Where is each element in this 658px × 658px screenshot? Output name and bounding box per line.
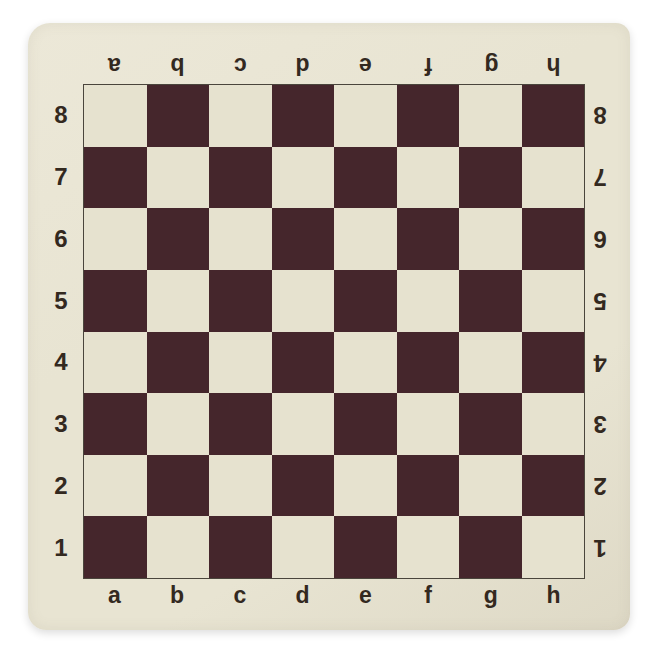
square-e6[interactable] (334, 208, 397, 270)
rank-label-right-2: 2 (580, 455, 620, 517)
square-e4[interactable] (334, 332, 397, 394)
square-c4[interactable] (209, 332, 272, 394)
rank-label-left-5: 5 (41, 270, 81, 332)
square-d6[interactable] (272, 208, 335, 270)
square-b4[interactable] (147, 332, 210, 394)
square-c2[interactable] (209, 455, 272, 517)
file-label-bottom-b: b (146, 579, 209, 611)
square-e1[interactable] (334, 516, 397, 578)
rank-label-right-1: 1 (580, 517, 620, 579)
rank-labels-left: 87654321 (41, 84, 81, 579)
square-e5[interactable] (334, 270, 397, 332)
square-g2[interactable] (459, 455, 522, 517)
square-g7[interactable] (459, 147, 522, 209)
square-g5[interactable] (459, 270, 522, 332)
rank-label-right-3: 3 (580, 393, 620, 455)
square-a2[interactable] (84, 455, 147, 517)
file-label-top-h: h (522, 50, 585, 82)
file-label-top-b: b (146, 50, 209, 82)
square-b8[interactable] (147, 85, 210, 147)
file-label-bottom-e: e (334, 579, 397, 611)
square-g4[interactable] (459, 332, 522, 394)
file-label-top-d: d (271, 50, 334, 82)
board-grid (83, 84, 585, 579)
file-label-bottom-f: f (397, 579, 460, 611)
square-h3[interactable] (522, 393, 585, 455)
file-label-bottom-a: a (83, 579, 146, 611)
file-label-top-g: g (460, 50, 523, 82)
square-e3[interactable] (334, 393, 397, 455)
rank-label-left-4: 4 (41, 332, 81, 394)
square-d5[interactable] (272, 270, 335, 332)
square-f3[interactable] (397, 393, 460, 455)
file-label-bottom-h: h (522, 579, 585, 611)
square-c6[interactable] (209, 208, 272, 270)
square-a1[interactable] (84, 516, 147, 578)
square-e8[interactable] (334, 85, 397, 147)
square-h8[interactable] (522, 85, 585, 147)
square-f6[interactable] (397, 208, 460, 270)
square-f2[interactable] (397, 455, 460, 517)
square-h6[interactable] (522, 208, 585, 270)
rank-label-right-8: 8 (580, 84, 620, 146)
square-g3[interactable] (459, 393, 522, 455)
file-label-bottom-c: c (209, 579, 272, 611)
square-h2[interactable] (522, 455, 585, 517)
square-f1[interactable] (397, 516, 460, 578)
square-h4[interactable] (522, 332, 585, 394)
square-g1[interactable] (459, 516, 522, 578)
square-d3[interactable] (272, 393, 335, 455)
square-c3[interactable] (209, 393, 272, 455)
square-b1[interactable] (147, 516, 210, 578)
rank-label-left-8: 8 (41, 84, 81, 146)
file-label-top-a: a (83, 50, 146, 82)
square-c5[interactable] (209, 270, 272, 332)
rank-label-left-1: 1 (41, 517, 81, 579)
square-b7[interactable] (147, 147, 210, 209)
square-c1[interactable] (209, 516, 272, 578)
square-e7[interactable] (334, 147, 397, 209)
square-f7[interactable] (397, 147, 460, 209)
rank-label-left-6: 6 (41, 208, 81, 270)
square-g8[interactable] (459, 85, 522, 147)
rank-label-right-5: 5 (580, 270, 620, 332)
square-a3[interactable] (84, 393, 147, 455)
rank-labels-right: 87654321 (580, 84, 620, 579)
file-label-top-f: f (397, 50, 460, 82)
square-d1[interactable] (272, 516, 335, 578)
square-d4[interactable] (272, 332, 335, 394)
file-label-top-c: c (209, 50, 272, 82)
square-b2[interactable] (147, 455, 210, 517)
square-f5[interactable] (397, 270, 460, 332)
square-g6[interactable] (459, 208, 522, 270)
square-e2[interactable] (334, 455, 397, 517)
square-a5[interactable] (84, 270, 147, 332)
square-b6[interactable] (147, 208, 210, 270)
file-labels-bottom: abcdefgh (83, 579, 585, 611)
rank-label-left-3: 3 (41, 393, 81, 455)
square-h5[interactable] (522, 270, 585, 332)
square-h1[interactable] (522, 516, 585, 578)
file-labels-top: abcdefgh (83, 50, 585, 82)
rank-label-right-7: 7 (580, 146, 620, 208)
square-b5[interactable] (147, 270, 210, 332)
square-d8[interactable] (272, 85, 335, 147)
rank-label-left-2: 2 (41, 455, 81, 517)
rank-label-left-7: 7 (41, 146, 81, 208)
square-a4[interactable] (84, 332, 147, 394)
square-d7[interactable] (272, 147, 335, 209)
square-b3[interactable] (147, 393, 210, 455)
file-label-top-e: e (334, 50, 397, 82)
square-f8[interactable] (397, 85, 460, 147)
square-c7[interactable] (209, 147, 272, 209)
square-a8[interactable] (84, 85, 147, 147)
square-a6[interactable] (84, 208, 147, 270)
vinyl-chessboard-mat: abcdefgh abcdefgh 87654321 87654321 (28, 23, 630, 630)
rank-label-right-6: 6 (580, 208, 620, 270)
square-f4[interactable] (397, 332, 460, 394)
square-c8[interactable] (209, 85, 272, 147)
square-h7[interactable] (522, 147, 585, 209)
file-label-bottom-g: g (460, 579, 523, 611)
rank-label-right-4: 4 (580, 332, 620, 394)
photo-background: abcdefgh abcdefgh 87654321 87654321 (0, 0, 658, 658)
square-a7[interactable] (84, 147, 147, 209)
file-label-bottom-d: d (271, 579, 334, 611)
square-d2[interactable] (272, 455, 335, 517)
